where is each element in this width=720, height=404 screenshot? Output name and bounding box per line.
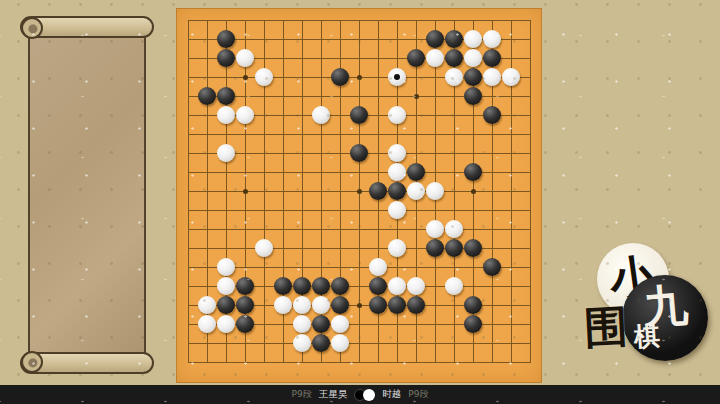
black-stone <box>331 277 349 295</box>
logo-char-wei: 围 <box>582 297 629 358</box>
white-stone <box>293 315 311 333</box>
white-name-label: 时越 <box>382 388 401 401</box>
white-stone <box>483 30 501 48</box>
white-stone <box>198 315 216 333</box>
white-stone <box>445 277 463 295</box>
white-stone <box>388 201 406 219</box>
logo-char-qi: 棋 <box>633 318 661 355</box>
black-stone <box>217 49 235 67</box>
black-stone <box>464 296 482 314</box>
white-stone <box>388 277 406 295</box>
black-stone <box>407 163 425 181</box>
black-stone <box>464 87 482 105</box>
white-stone <box>236 49 254 67</box>
black-stone <box>483 49 501 67</box>
white-stone <box>198 296 216 314</box>
white-stone <box>483 68 501 86</box>
white-stone <box>464 49 482 67</box>
white-stone <box>464 30 482 48</box>
white-stone <box>388 106 406 124</box>
scroll-panel <box>28 34 146 358</box>
white-rank-badge: P9段 <box>408 388 428 401</box>
white-stone <box>426 182 444 200</box>
black-stone <box>483 106 501 124</box>
scroll-curl-icon <box>21 351 43 373</box>
black-stone <box>350 144 368 162</box>
black-stone <box>445 30 463 48</box>
white-stone <box>274 296 292 314</box>
white-stone <box>388 239 406 257</box>
black-stone <box>445 239 463 257</box>
white-stone <box>426 220 444 238</box>
white-stone <box>369 258 387 276</box>
black-stone <box>236 315 254 333</box>
black-stone <box>483 258 501 276</box>
scroll-top-roll <box>20 16 154 38</box>
black-stone <box>426 30 444 48</box>
white-stone <box>407 277 425 295</box>
black-name-label: 王星昊 <box>319 388 348 401</box>
white-stone <box>293 296 311 314</box>
white-stone <box>293 334 311 352</box>
black-stone <box>426 239 444 257</box>
star-point <box>243 75 248 80</box>
black-stone <box>464 163 482 181</box>
black-rank-badge: P9段 <box>292 388 312 401</box>
logo-black-stone-icon: 九 棋 <box>622 275 708 361</box>
marker-dot <box>414 94 419 99</box>
white-stone <box>388 144 406 162</box>
black-stone <box>407 49 425 67</box>
star-point <box>357 75 362 80</box>
black-stone <box>369 296 387 314</box>
black-stone <box>293 277 311 295</box>
white-stone <box>407 182 425 200</box>
black-stone <box>217 296 235 314</box>
black-stone <box>331 68 349 86</box>
white-stone <box>445 68 463 86</box>
star-point <box>471 189 476 194</box>
black-stone <box>464 239 482 257</box>
black-stone <box>350 106 368 124</box>
black-stone <box>236 277 254 295</box>
black-stone <box>198 87 216 105</box>
app-logo: 小 九 棋 围 <box>580 236 720 381</box>
star-point <box>243 189 248 194</box>
app-window: 白 时越 九段 黑 王星昊 九段 P9段 王星昊 时越 P9段 小 九 棋 <box>0 0 720 404</box>
scroll-bottom-roll <box>20 352 154 374</box>
black-stone <box>388 296 406 314</box>
black-stone <box>445 49 463 67</box>
star-point <box>357 189 362 194</box>
black-stone <box>369 182 387 200</box>
white-stone <box>255 239 273 257</box>
black-stone <box>312 334 330 352</box>
star-point <box>357 303 362 308</box>
black-stone <box>369 277 387 295</box>
stone-color-toggle-icon[interactable] <box>354 389 375 401</box>
scroll-curl-icon <box>21 17 43 39</box>
black-stone <box>217 30 235 48</box>
go-board[interactable] <box>176 8 542 383</box>
black-stone <box>274 277 292 295</box>
bottom-status-bar: P9段 王星昊 时越 P9段 <box>0 385 720 404</box>
black-stone <box>464 315 482 333</box>
white-stone <box>217 315 235 333</box>
white-stone <box>312 106 330 124</box>
white-stone-icon <box>363 389 375 401</box>
black-stone <box>236 296 254 314</box>
white-stone <box>217 106 235 124</box>
white-stone <box>331 334 349 352</box>
white-stone <box>426 49 444 67</box>
white-stone <box>217 258 235 276</box>
black-stone <box>388 182 406 200</box>
white-stone <box>236 106 254 124</box>
black-stone <box>464 68 482 86</box>
black-stone <box>312 277 330 295</box>
white-stone <box>388 163 406 181</box>
white-stone-last-move <box>388 68 406 86</box>
white-stone <box>312 296 330 314</box>
black-stone <box>331 296 349 314</box>
black-stone <box>312 315 330 333</box>
white-stone <box>445 220 463 238</box>
white-stone <box>255 68 273 86</box>
black-stone <box>407 296 425 314</box>
black-stone <box>217 87 235 105</box>
white-stone <box>331 315 349 333</box>
white-stone <box>217 277 235 295</box>
white-stone <box>217 144 235 162</box>
white-stone <box>502 68 520 86</box>
